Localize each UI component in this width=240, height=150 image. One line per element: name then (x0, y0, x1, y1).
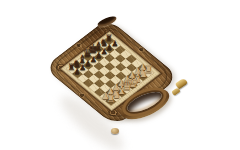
brass-latch-hook-icon (171, 87, 180, 96)
product-photo-stage: ♜♞♝♛♚♝♞♜♟♟♟♟♟♟♟♟♟♟♟♟♟♟♟♟♜♞♝♛♚♝♞♜ (0, 0, 240, 150)
wood-foot-knob (111, 128, 119, 134)
